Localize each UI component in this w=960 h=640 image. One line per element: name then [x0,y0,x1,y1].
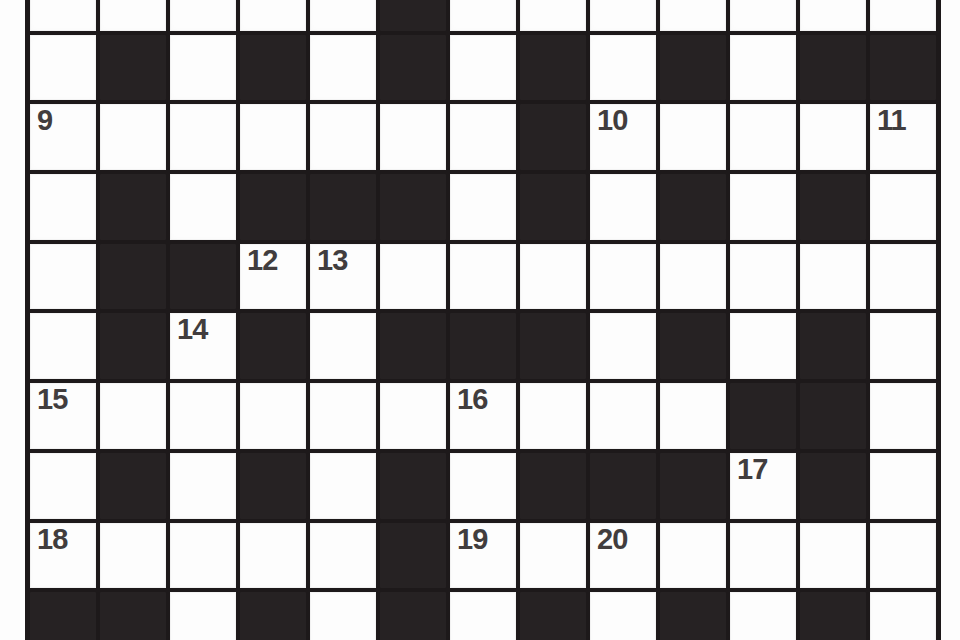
white-cell-r0c7[interactable] [520,0,586,31]
white-cell-r2c0[interactable]: 9 [30,104,96,170]
clue-number-10: 10 [597,105,627,135]
white-cell-r8c7[interactable] [520,523,586,589]
white-cell-r0c1[interactable] [100,0,166,31]
black-cell-r5c9 [660,313,726,379]
black-cell-r7c5 [380,453,446,519]
black-cell-r4c1 [100,244,166,310]
white-cell-r3c0[interactable] [30,174,96,240]
black-cell-r7c9 [660,453,726,519]
white-cell-r0c9[interactable] [660,0,726,31]
white-cell-r5c2[interactable]: 14 [170,313,236,379]
white-cell-r2c4[interactable] [310,104,376,170]
white-cell-r2c9[interactable] [660,104,726,170]
white-cell-r6c3[interactable] [240,383,306,449]
white-cell-r6c7[interactable] [520,383,586,449]
black-cell-r1c12 [870,35,936,101]
white-cell-r4c4[interactable]: 13 [310,244,376,310]
black-cell-r9c1 [100,592,166,640]
white-cell-r4c6[interactable] [450,244,516,310]
black-cell-r7c11 [800,453,866,519]
white-cell-r7c4[interactable] [310,453,376,519]
clue-number-20: 20 [597,524,627,554]
white-cell-r8c8[interactable]: 20 [590,523,656,589]
white-cell-r2c2[interactable] [170,104,236,170]
white-cell-r0c2[interactable] [170,0,236,31]
black-cell-r3c11 [800,174,866,240]
white-cell-r8c4[interactable] [310,523,376,589]
white-cell-r0c12[interactable] [870,0,936,31]
white-cell-r1c4[interactable] [310,35,376,101]
black-cell-r0c5 [380,0,446,31]
black-cell-r3c9 [660,174,726,240]
white-cell-r2c12[interactable]: 11 [870,104,936,170]
black-cell-r1c1 [100,35,166,101]
white-cell-r8c12[interactable] [870,523,936,589]
white-cell-r0c3[interactable] [240,0,306,31]
black-cell-r2c7 [520,104,586,170]
crossword-board: 91011121314151617181920 [25,0,941,640]
white-cell-r3c6[interactable] [450,174,516,240]
black-cell-r1c7 [520,35,586,101]
white-cell-r2c6[interactable] [450,104,516,170]
white-cell-r4c0[interactable] [30,244,96,310]
black-cell-r5c7 [520,313,586,379]
white-cell-r6c5[interactable] [380,383,446,449]
white-cell-r4c8[interactable] [590,244,656,310]
white-cell-r5c8[interactable] [590,313,656,379]
white-cell-r9c10[interactable] [730,592,796,640]
clue-number-13: 13 [317,245,347,275]
clue-number-9: 9 [37,105,52,135]
white-cell-r4c12[interactable] [870,244,936,310]
white-cell-r1c0[interactable] [30,35,96,101]
white-cell-r6c8[interactable] [590,383,656,449]
black-cell-r3c3 [240,174,306,240]
white-cell-r1c6[interactable] [450,35,516,101]
black-cell-r3c1 [100,174,166,240]
black-cell-r3c4 [310,174,376,240]
black-cell-r6c11 [800,383,866,449]
white-cell-r3c10[interactable] [730,174,796,240]
clue-number-15: 15 [37,384,67,414]
black-cell-r1c5 [380,35,446,101]
black-cell-r5c5 [380,313,446,379]
white-cell-r2c10[interactable] [730,104,796,170]
white-cell-r5c4[interactable] [310,313,376,379]
white-cell-r8c3[interactable] [240,523,306,589]
black-cell-r5c6 [450,313,516,379]
white-cell-r0c0[interactable] [30,0,96,31]
white-cell-r8c6[interactable]: 19 [450,523,516,589]
white-cell-r9c12[interactable] [870,592,936,640]
white-cell-r7c12[interactable] [870,453,936,519]
white-cell-r7c10[interactable]: 17 [730,453,796,519]
black-cell-r5c11 [800,313,866,379]
clue-number-16: 16 [457,384,487,414]
white-cell-r6c6[interactable]: 16 [450,383,516,449]
white-cell-r7c2[interactable] [170,453,236,519]
white-cell-r7c0[interactable] [30,453,96,519]
white-cell-r8c1[interactable] [100,523,166,589]
white-cell-r9c4[interactable] [310,592,376,640]
black-cell-r8c5 [380,523,446,589]
white-cell-r0c6[interactable] [450,0,516,31]
black-cell-r9c7 [520,592,586,640]
white-cell-r6c1[interactable] [100,383,166,449]
white-cell-r4c5[interactable] [380,244,446,310]
white-cell-r9c6[interactable] [450,592,516,640]
white-cell-r1c10[interactable] [730,35,796,101]
white-cell-r1c2[interactable] [170,35,236,101]
white-cell-r8c10[interactable] [730,523,796,589]
white-cell-r6c2[interactable] [170,383,236,449]
white-cell-r2c5[interactable] [380,104,446,170]
crossword-page: 91011121314151617181920 [0,0,960,640]
black-cell-r4c2 [170,244,236,310]
white-cell-r6c9[interactable] [660,383,726,449]
white-cell-r2c8[interactable]: 10 [590,104,656,170]
white-cell-r8c9[interactable] [660,523,726,589]
white-cell-r9c8[interactable] [590,592,656,640]
black-cell-r5c3 [240,313,306,379]
white-cell-r6c4[interactable] [310,383,376,449]
black-cell-r9c5 [380,592,446,640]
white-cell-r9c2[interactable] [170,592,236,640]
clue-number-17: 17 [737,454,767,484]
white-cell-r4c11[interactable] [800,244,866,310]
white-cell-r3c12[interactable] [870,174,936,240]
white-cell-r1c8[interactable] [590,35,656,101]
black-cell-r9c3 [240,592,306,640]
white-cell-r0c11[interactable] [800,0,866,31]
white-cell-r3c2[interactable] [170,174,236,240]
white-cell-r8c2[interactable] [170,523,236,589]
black-cell-r9c0 [30,592,96,640]
black-cell-r1c9 [660,35,726,101]
white-cell-r4c7[interactable] [520,244,586,310]
black-cell-r1c3 [240,35,306,101]
white-cell-r7c6[interactable] [450,453,516,519]
black-cell-r3c5 [380,174,446,240]
clue-number-12: 12 [247,245,277,275]
white-cell-r5c12[interactable] [870,313,936,379]
white-cell-r3c8[interactable] [590,174,656,240]
white-cell-r6c0[interactable]: 15 [30,383,96,449]
black-cell-r3c7 [520,174,586,240]
black-cell-r9c11 [800,592,866,640]
clue-number-14: 14 [177,314,207,344]
clue-number-19: 19 [457,524,487,554]
white-cell-r4c9[interactable] [660,244,726,310]
white-cell-r2c1[interactable] [100,104,166,170]
black-cell-r7c1 [100,453,166,519]
white-cell-r2c3[interactable] [240,104,306,170]
white-cell-r5c10[interactable] [730,313,796,379]
white-cell-r0c8[interactable] [590,0,656,31]
black-cell-r7c7 [520,453,586,519]
black-cell-r1c11 [800,35,866,101]
clue-number-18: 18 [37,524,67,554]
white-cell-r0c10[interactable] [730,0,796,31]
white-cell-r5c0[interactable] [30,313,96,379]
white-cell-r0c4[interactable] [310,0,376,31]
black-cell-r6c10 [730,383,796,449]
white-cell-r8c0[interactable]: 18 [30,523,96,589]
white-cell-r4c10[interactable] [730,244,796,310]
white-cell-r6c12[interactable] [870,383,936,449]
clue-number-11: 11 [877,105,906,135]
white-cell-r8c11[interactable] [800,523,866,589]
black-cell-r7c3 [240,453,306,519]
black-cell-r5c1 [100,313,166,379]
white-cell-r2c11[interactable] [800,104,866,170]
black-cell-r9c9 [660,592,726,640]
black-cell-r7c8 [590,453,656,519]
white-cell-r4c3[interactable]: 12 [240,244,306,310]
